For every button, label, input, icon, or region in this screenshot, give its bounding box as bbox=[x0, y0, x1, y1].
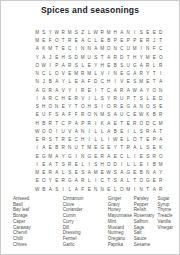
grid-cell: R bbox=[158, 112, 165, 120]
word-item: Chives bbox=[13, 242, 63, 248]
word-list-column-4: ParsleyPepperRelishRosemarySaffronSageSa… bbox=[134, 196, 158, 247]
word-list-column-1: AniseedBasilBay leafBorageCaperCarawayCh… bbox=[13, 196, 63, 247]
word-list-column-5: SugarSyrupThymeTreacleVanillaVinegar bbox=[158, 196, 173, 230]
grid-cell: N bbox=[158, 87, 165, 95]
grid-cell: R bbox=[158, 178, 165, 186]
grid-cell: T bbox=[158, 37, 165, 45]
puzzle-title: Spices and seasonings bbox=[1, 5, 179, 15]
grid-cell: M bbox=[158, 161, 165, 169]
word-item: Sesame bbox=[134, 242, 158, 248]
grid-cell: D bbox=[158, 29, 165, 37]
word-search-grid: MSYWRMSZLWRMHANISEEDMEFOTREACLEBPEPPERJT… bbox=[34, 29, 164, 194]
grid-cell: O bbox=[158, 54, 165, 62]
word-item: Vinegar bbox=[158, 225, 173, 231]
word-item: Vanilla bbox=[158, 219, 173, 225]
worksheet-page: Spices and seasonings MSYWRMSZLWRMHANISE… bbox=[0, 0, 180, 255]
grid-cell: Y bbox=[158, 169, 165, 177]
grid-cell: I bbox=[158, 70, 165, 78]
word-item: Paprika bbox=[108, 242, 134, 248]
grid-cell: D bbox=[158, 95, 165, 103]
word-item: Garlic bbox=[63, 242, 108, 248]
grid-cell: T bbox=[158, 128, 165, 136]
word-item: Mayonnaise bbox=[108, 213, 134, 219]
grid-cell: R bbox=[158, 186, 165, 194]
word-item: Rosemary bbox=[134, 213, 158, 219]
grid-cell: A bbox=[158, 136, 165, 144]
word-list-column-2: CinnamonCloveCorianderCuminCurryDillDres… bbox=[63, 196, 108, 247]
word-list: AniseedBasilBay leafBorageCaperCarawayCh… bbox=[13, 196, 173, 247]
grid-cell: C bbox=[158, 46, 165, 54]
word-item: Treacle bbox=[158, 213, 173, 219]
grid-cell: E bbox=[158, 103, 165, 111]
grid-cell: K bbox=[158, 145, 165, 153]
grid-cell: O bbox=[158, 153, 165, 161]
grid-cell: M bbox=[158, 120, 165, 128]
grid-cell: A bbox=[158, 79, 165, 87]
grid-cell: R bbox=[158, 62, 165, 70]
word-list-column-3: GingerGravyHoneyMayonnaiseMintMustardNut… bbox=[108, 196, 134, 247]
